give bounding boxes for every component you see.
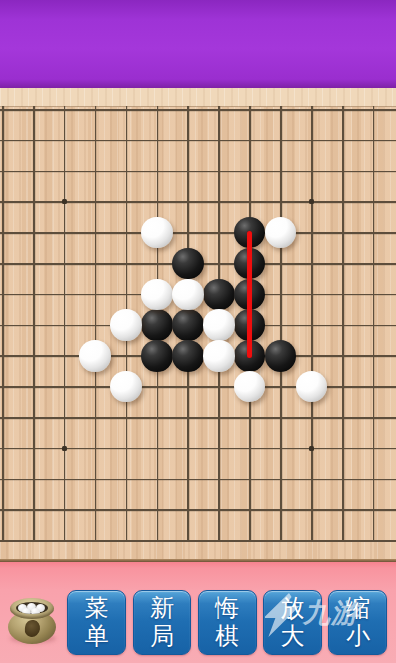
white-stone [141, 279, 173, 311]
bowl-opening [16, 602, 48, 614]
white-stone [110, 309, 142, 341]
undo-button-label: 悔棋 [214, 594, 240, 650]
white-stone [141, 217, 173, 249]
white-stone [110, 371, 142, 403]
zoom-in-button-label: 放大 [280, 594, 306, 650]
black-stone [172, 309, 204, 341]
menu-button[interactable]: 菜单 [67, 590, 126, 655]
new-game-button[interactable]: 新局 [133, 590, 192, 655]
new-game-button-label: 新局 [149, 594, 175, 650]
white-stone [79, 340, 111, 372]
zoom-in-button[interactable]: 放大 [263, 590, 322, 655]
white-stone [296, 371, 328, 403]
bowl-white-stone [22, 608, 31, 614]
footer-toolbar-area: 菜单 新局 悔棋 放大 缩小 九游 [0, 562, 396, 663]
black-stone [141, 309, 173, 341]
menu-button-label: 菜单 [84, 594, 110, 650]
bowl-white-stone [31, 608, 40, 614]
toolbar: 菜单 新局 悔棋 放大 缩小 [67, 590, 387, 655]
app-screen: 菜单 新局 悔棋 放大 缩小 九游 [0, 0, 396, 663]
white-stone [234, 371, 266, 403]
white-stone [265, 217, 297, 249]
black-stone [265, 340, 297, 372]
black-stone [203, 279, 235, 311]
black-stone [172, 248, 204, 280]
white-stone [203, 340, 235, 372]
win-line [247, 231, 252, 358]
white-stone [203, 309, 235, 341]
zoom-out-button-label: 缩小 [345, 594, 371, 650]
stone-bowl-icon [8, 598, 56, 645]
gomoku-board[interactable] [0, 88, 396, 562]
bowl-rim [10, 598, 54, 619]
header-banner [0, 0, 396, 88]
stones-grid[interactable] [0, 94, 389, 556]
white-stone [172, 279, 204, 311]
undo-button[interactable]: 悔棋 [198, 590, 257, 655]
black-stone [172, 340, 204, 372]
black-stone [141, 340, 173, 372]
zoom-out-button[interactable]: 缩小 [328, 590, 387, 655]
